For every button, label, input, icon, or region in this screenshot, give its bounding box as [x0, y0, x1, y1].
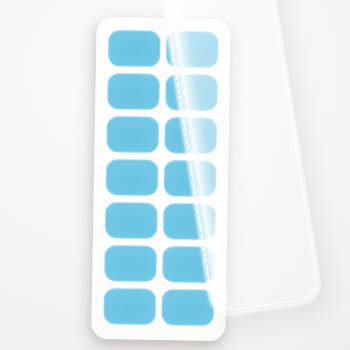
ice-cavity [161, 289, 214, 326]
ice-cavity [105, 202, 158, 239]
photo-background [0, 0, 350, 350]
ice-cavity [104, 245, 157, 282]
ice-cavity [103, 288, 156, 325]
ice-cavity [106, 159, 159, 196]
ice-cavity [106, 116, 159, 153]
ice-cavity [107, 73, 160, 110]
ice-cavity [108, 30, 161, 67]
